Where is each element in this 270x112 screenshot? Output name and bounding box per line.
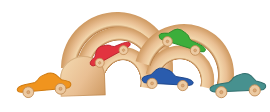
car-silhouette — [205, 67, 268, 99]
car-front-axle-peg — [181, 84, 184, 87]
car-rear-axle-peg — [59, 87, 62, 90]
car-rear-axle-peg — [253, 89, 256, 92]
car-front-axle-peg — [27, 90, 30, 93]
teal-car — [205, 67, 268, 99]
car-rear-axle-peg — [150, 82, 153, 85]
blue-car — [139, 62, 198, 92]
car-silhouette — [139, 62, 198, 92]
toy-photo-stage — [0, 0, 270, 112]
car-front-axle-peg — [220, 90, 223, 93]
